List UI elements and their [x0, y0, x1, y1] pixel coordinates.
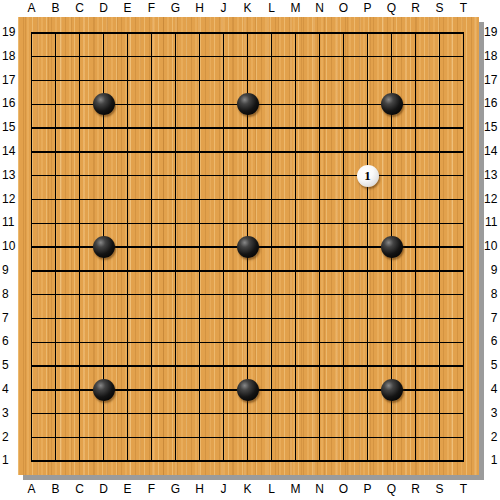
- intersection-G1[interactable]: [164, 449, 188, 473]
- intersection-E2[interactable]: [116, 426, 140, 450]
- intersection-A15[interactable]: [20, 116, 44, 140]
- intersection-P3[interactable]: [356, 402, 380, 426]
- intersection-M3[interactable]: [284, 402, 308, 426]
- intersection-E19[interactable]: [116, 21, 140, 45]
- intersection-M13[interactable]: [284, 164, 308, 188]
- intersection-O3[interactable]: [332, 402, 356, 426]
- intersection-N7[interactable]: [308, 307, 332, 331]
- intersection-K1[interactable]: [236, 449, 260, 473]
- intersection-J9[interactable]: [212, 259, 236, 283]
- intersection-G10[interactable]: [164, 235, 188, 259]
- intersection-P10[interactable]: [356, 235, 380, 259]
- intersection-R8[interactable]: [404, 283, 428, 307]
- intersection-B11[interactable]: [44, 211, 68, 235]
- intersection-M15[interactable]: [284, 116, 308, 140]
- intersection-K6[interactable]: [236, 330, 260, 354]
- intersection-P11[interactable]: [356, 211, 380, 235]
- intersection-J19[interactable]: [212, 21, 236, 45]
- intersection-R1[interactable]: [404, 449, 428, 473]
- intersection-A12[interactable]: [20, 188, 44, 212]
- intersection-A13[interactable]: [20, 164, 44, 188]
- intersection-E4[interactable]: [116, 378, 140, 402]
- intersection-Q16[interactable]: [380, 92, 404, 116]
- intersection-R6[interactable]: [404, 330, 428, 354]
- intersection-M7[interactable]: [284, 307, 308, 331]
- intersection-H8[interactable]: [188, 283, 212, 307]
- intersection-C17[interactable]: [68, 69, 92, 93]
- intersection-Q13[interactable]: [380, 164, 404, 188]
- intersection-P8[interactable]: [356, 283, 380, 307]
- intersection-L16[interactable]: [260, 92, 284, 116]
- intersection-N4[interactable]: [308, 378, 332, 402]
- intersection-C2[interactable]: [68, 426, 92, 450]
- intersection-S17[interactable]: [428, 69, 452, 93]
- intersection-S5[interactable]: [428, 354, 452, 378]
- intersection-G17[interactable]: [164, 69, 188, 93]
- intersection-L7[interactable]: [260, 307, 284, 331]
- intersection-Q10[interactable]: [380, 235, 404, 259]
- intersection-B9[interactable]: [44, 259, 68, 283]
- intersection-P7[interactable]: [356, 307, 380, 331]
- intersection-M9[interactable]: [284, 259, 308, 283]
- intersection-E3[interactable]: [116, 402, 140, 426]
- intersection-B1[interactable]: [44, 449, 68, 473]
- intersection-Q1[interactable]: [380, 449, 404, 473]
- intersection-K14[interactable]: [236, 140, 260, 164]
- intersection-J15[interactable]: [212, 116, 236, 140]
- intersection-F12[interactable]: [140, 188, 164, 212]
- intersection-N2[interactable]: [308, 426, 332, 450]
- intersection-F17[interactable]: [140, 69, 164, 93]
- intersection-N9[interactable]: [308, 259, 332, 283]
- intersection-Q4[interactable]: [380, 378, 404, 402]
- intersection-A18[interactable]: [20, 45, 44, 69]
- intersection-S12[interactable]: [428, 188, 452, 212]
- intersection-S16[interactable]: [428, 92, 452, 116]
- intersection-T4[interactable]: [452, 378, 476, 402]
- intersection-N18[interactable]: [308, 45, 332, 69]
- intersection-R10[interactable]: [404, 235, 428, 259]
- intersection-T14[interactable]: [452, 140, 476, 164]
- intersection-C6[interactable]: [68, 330, 92, 354]
- intersection-A9[interactable]: [20, 259, 44, 283]
- intersection-S10[interactable]: [428, 235, 452, 259]
- intersection-C13[interactable]: [68, 164, 92, 188]
- intersection-Q6[interactable]: [380, 330, 404, 354]
- intersection-L6[interactable]: [260, 330, 284, 354]
- intersection-D17[interactable]: [92, 69, 116, 93]
- intersection-B15[interactable]: [44, 116, 68, 140]
- intersection-K15[interactable]: [236, 116, 260, 140]
- intersection-B4[interactable]: [44, 378, 68, 402]
- intersection-M1[interactable]: [284, 449, 308, 473]
- intersection-D15[interactable]: [92, 116, 116, 140]
- intersection-E13[interactable]: [116, 164, 140, 188]
- intersection-B12[interactable]: [44, 188, 68, 212]
- intersection-L3[interactable]: [260, 402, 284, 426]
- intersection-J6[interactable]: [212, 330, 236, 354]
- intersection-F1[interactable]: [140, 449, 164, 473]
- intersection-B6[interactable]: [44, 330, 68, 354]
- intersection-P17[interactable]: [356, 69, 380, 93]
- intersection-R15[interactable]: [404, 116, 428, 140]
- intersection-T3[interactable]: [452, 402, 476, 426]
- intersection-J2[interactable]: [212, 426, 236, 450]
- intersection-J17[interactable]: [212, 69, 236, 93]
- intersection-E17[interactable]: [116, 69, 140, 93]
- intersection-K17[interactable]: [236, 69, 260, 93]
- intersection-T2[interactable]: [452, 426, 476, 450]
- intersection-G18[interactable]: [164, 45, 188, 69]
- intersection-H11[interactable]: [188, 211, 212, 235]
- intersection-C10[interactable]: [68, 235, 92, 259]
- intersection-A5[interactable]: [20, 354, 44, 378]
- intersection-Q3[interactable]: [380, 402, 404, 426]
- intersection-J7[interactable]: [212, 307, 236, 331]
- intersection-C16[interactable]: [68, 92, 92, 116]
- intersection-J13[interactable]: [212, 164, 236, 188]
- intersection-D9[interactable]: [92, 259, 116, 283]
- intersection-L14[interactable]: [260, 140, 284, 164]
- intersection-L19[interactable]: [260, 21, 284, 45]
- intersection-D18[interactable]: [92, 45, 116, 69]
- intersection-K9[interactable]: [236, 259, 260, 283]
- intersection-S7[interactable]: [428, 307, 452, 331]
- intersection-O1[interactable]: [332, 449, 356, 473]
- intersection-A14[interactable]: [20, 140, 44, 164]
- intersection-T9[interactable]: [452, 259, 476, 283]
- intersection-C15[interactable]: [68, 116, 92, 140]
- intersection-D12[interactable]: [92, 188, 116, 212]
- intersection-D8[interactable]: [92, 283, 116, 307]
- intersection-L13[interactable]: [260, 164, 284, 188]
- intersection-D2[interactable]: [92, 426, 116, 450]
- intersection-T17[interactable]: [452, 69, 476, 93]
- intersection-K3[interactable]: [236, 402, 260, 426]
- intersection-M2[interactable]: [284, 426, 308, 450]
- intersection-C19[interactable]: [68, 21, 92, 45]
- intersection-F13[interactable]: [140, 164, 164, 188]
- intersection-G4[interactable]: [164, 378, 188, 402]
- intersection-J5[interactable]: [212, 354, 236, 378]
- intersection-B19[interactable]: [44, 21, 68, 45]
- intersection-R3[interactable]: [404, 402, 428, 426]
- intersection-F18[interactable]: [140, 45, 164, 69]
- intersection-H17[interactable]: [188, 69, 212, 93]
- intersection-F15[interactable]: [140, 116, 164, 140]
- intersection-F16[interactable]: [140, 92, 164, 116]
- intersection-Q5[interactable]: [380, 354, 404, 378]
- intersection-Q15[interactable]: [380, 116, 404, 140]
- intersection-B8[interactable]: [44, 283, 68, 307]
- intersection-O5[interactable]: [332, 354, 356, 378]
- intersection-T1[interactable]: [452, 449, 476, 473]
- intersection-S2[interactable]: [428, 426, 452, 450]
- intersection-E8[interactable]: [116, 283, 140, 307]
- intersection-T12[interactable]: [452, 188, 476, 212]
- intersection-Q2[interactable]: [380, 426, 404, 450]
- intersection-H16[interactable]: [188, 92, 212, 116]
- intersection-R2[interactable]: [404, 426, 428, 450]
- intersection-T8[interactable]: [452, 283, 476, 307]
- intersection-M18[interactable]: [284, 45, 308, 69]
- intersection-N10[interactable]: [308, 235, 332, 259]
- intersection-L10[interactable]: [260, 235, 284, 259]
- intersection-K4[interactable]: [236, 378, 260, 402]
- intersection-B16[interactable]: [44, 92, 68, 116]
- intersection-K11[interactable]: [236, 211, 260, 235]
- intersection-H9[interactable]: [188, 259, 212, 283]
- intersection-M17[interactable]: [284, 69, 308, 93]
- intersection-M11[interactable]: [284, 211, 308, 235]
- intersection-H15[interactable]: [188, 116, 212, 140]
- intersection-S18[interactable]: [428, 45, 452, 69]
- intersection-E18[interactable]: [116, 45, 140, 69]
- intersection-S4[interactable]: [428, 378, 452, 402]
- intersection-H10[interactable]: [188, 235, 212, 259]
- intersection-H5[interactable]: [188, 354, 212, 378]
- intersection-F7[interactable]: [140, 307, 164, 331]
- intersection-B3[interactable]: [44, 402, 68, 426]
- intersection-R7[interactable]: [404, 307, 428, 331]
- intersection-F9[interactable]: [140, 259, 164, 283]
- intersection-A11[interactable]: [20, 211, 44, 235]
- intersection-F11[interactable]: [140, 211, 164, 235]
- intersection-O8[interactable]: [332, 283, 356, 307]
- intersection-M19[interactable]: [284, 21, 308, 45]
- intersection-P15[interactable]: [356, 116, 380, 140]
- intersection-C18[interactable]: [68, 45, 92, 69]
- intersection-F14[interactable]: [140, 140, 164, 164]
- intersection-K7[interactable]: [236, 307, 260, 331]
- intersection-R18[interactable]: [404, 45, 428, 69]
- intersection-J8[interactable]: [212, 283, 236, 307]
- intersection-D11[interactable]: [92, 211, 116, 235]
- intersection-H1[interactable]: [188, 449, 212, 473]
- intersection-Q19[interactable]: [380, 21, 404, 45]
- intersection-O6[interactable]: [332, 330, 356, 354]
- intersection-R9[interactable]: [404, 259, 428, 283]
- intersection-B10[interactable]: [44, 235, 68, 259]
- intersection-D10[interactable]: [92, 235, 116, 259]
- intersection-G9[interactable]: [164, 259, 188, 283]
- intersection-O10[interactable]: [332, 235, 356, 259]
- intersection-O2[interactable]: [332, 426, 356, 450]
- intersection-E1[interactable]: [116, 449, 140, 473]
- intersection-K18[interactable]: [236, 45, 260, 69]
- intersection-G8[interactable]: [164, 283, 188, 307]
- intersection-S9[interactable]: [428, 259, 452, 283]
- intersection-R16[interactable]: [404, 92, 428, 116]
- intersection-A2[interactable]: [20, 426, 44, 450]
- intersection-G2[interactable]: [164, 426, 188, 450]
- intersection-D19[interactable]: [92, 21, 116, 45]
- intersection-M5[interactable]: [284, 354, 308, 378]
- intersection-C12[interactable]: [68, 188, 92, 212]
- intersection-R4[interactable]: [404, 378, 428, 402]
- intersection-L15[interactable]: [260, 116, 284, 140]
- intersection-O7[interactable]: [332, 307, 356, 331]
- intersection-P18[interactable]: [356, 45, 380, 69]
- intersection-A10[interactable]: [20, 235, 44, 259]
- intersection-O13[interactable]: [332, 164, 356, 188]
- intersection-F19[interactable]: [140, 21, 164, 45]
- intersection-Q17[interactable]: [380, 69, 404, 93]
- intersection-B2[interactable]: [44, 426, 68, 450]
- intersection-M6[interactable]: [284, 330, 308, 354]
- intersection-A6[interactable]: [20, 330, 44, 354]
- intersection-H6[interactable]: [188, 330, 212, 354]
- intersection-H7[interactable]: [188, 307, 212, 331]
- intersection-P5[interactable]: [356, 354, 380, 378]
- intersection-S14[interactable]: [428, 140, 452, 164]
- intersection-K8[interactable]: [236, 283, 260, 307]
- intersection-S11[interactable]: [428, 211, 452, 235]
- intersection-L9[interactable]: [260, 259, 284, 283]
- intersection-T10[interactable]: [452, 235, 476, 259]
- intersection-D13[interactable]: [92, 164, 116, 188]
- intersection-F10[interactable]: [140, 235, 164, 259]
- intersection-L1[interactable]: [260, 449, 284, 473]
- intersection-K19[interactable]: [236, 21, 260, 45]
- intersection-G11[interactable]: [164, 211, 188, 235]
- intersection-A1[interactable]: [20, 449, 44, 473]
- intersection-S15[interactable]: [428, 116, 452, 140]
- intersection-E6[interactable]: [116, 330, 140, 354]
- intersection-R13[interactable]: [404, 164, 428, 188]
- intersection-N13[interactable]: [308, 164, 332, 188]
- intersection-O9[interactable]: [332, 259, 356, 283]
- intersection-R11[interactable]: [404, 211, 428, 235]
- intersection-D1[interactable]: [92, 449, 116, 473]
- intersection-G13[interactable]: [164, 164, 188, 188]
- intersection-L8[interactable]: [260, 283, 284, 307]
- intersection-N15[interactable]: [308, 116, 332, 140]
- intersection-J4[interactable]: [212, 378, 236, 402]
- intersection-Q14[interactable]: [380, 140, 404, 164]
- intersection-P1[interactable]: [356, 449, 380, 473]
- intersection-D16[interactable]: [92, 92, 116, 116]
- intersection-O14[interactable]: [332, 140, 356, 164]
- intersection-C5[interactable]: [68, 354, 92, 378]
- intersection-N14[interactable]: [308, 140, 332, 164]
- intersection-T15[interactable]: [452, 116, 476, 140]
- intersection-D6[interactable]: [92, 330, 116, 354]
- intersection-E7[interactable]: [116, 307, 140, 331]
- intersection-A3[interactable]: [20, 402, 44, 426]
- intersection-G6[interactable]: [164, 330, 188, 354]
- intersection-E12[interactable]: [116, 188, 140, 212]
- intersection-A4[interactable]: [20, 378, 44, 402]
- intersection-G3[interactable]: [164, 402, 188, 426]
- intersection-L5[interactable]: [260, 354, 284, 378]
- intersection-D7[interactable]: [92, 307, 116, 331]
- intersection-D3[interactable]: [92, 402, 116, 426]
- intersection-F4[interactable]: [140, 378, 164, 402]
- intersection-C1[interactable]: [68, 449, 92, 473]
- intersection-D5[interactable]: [92, 354, 116, 378]
- intersection-N1[interactable]: [308, 449, 332, 473]
- intersection-C9[interactable]: [68, 259, 92, 283]
- intersection-T18[interactable]: [452, 45, 476, 69]
- intersection-S3[interactable]: [428, 402, 452, 426]
- intersection-B14[interactable]: [44, 140, 68, 164]
- intersection-H2[interactable]: [188, 426, 212, 450]
- intersection-L12[interactable]: [260, 188, 284, 212]
- intersection-P19[interactable]: [356, 21, 380, 45]
- intersection-P13[interactable]: 1: [356, 164, 380, 188]
- intersection-H4[interactable]: [188, 378, 212, 402]
- intersection-G16[interactable]: [164, 92, 188, 116]
- intersection-K10[interactable]: [236, 235, 260, 259]
- intersection-P4[interactable]: [356, 378, 380, 402]
- intersection-C14[interactable]: [68, 140, 92, 164]
- intersection-C8[interactable]: [68, 283, 92, 307]
- intersection-H19[interactable]: [188, 21, 212, 45]
- intersection-G14[interactable]: [164, 140, 188, 164]
- intersection-G5[interactable]: [164, 354, 188, 378]
- intersection-O16[interactable]: [332, 92, 356, 116]
- intersection-A16[interactable]: [20, 92, 44, 116]
- intersection-M14[interactable]: [284, 140, 308, 164]
- intersection-S13[interactable]: [428, 164, 452, 188]
- intersection-M16[interactable]: [284, 92, 308, 116]
- intersection-B17[interactable]: [44, 69, 68, 93]
- intersection-P6[interactable]: [356, 330, 380, 354]
- intersection-B18[interactable]: [44, 45, 68, 69]
- intersection-S6[interactable]: [428, 330, 452, 354]
- intersection-T11[interactable]: [452, 211, 476, 235]
- intersection-Q18[interactable]: [380, 45, 404, 69]
- intersection-Q7[interactable]: [380, 307, 404, 331]
- intersection-B13[interactable]: [44, 164, 68, 188]
- intersection-K12[interactable]: [236, 188, 260, 212]
- intersection-E16[interactable]: [116, 92, 140, 116]
- intersection-A7[interactable]: [20, 307, 44, 331]
- intersection-M4[interactable]: [284, 378, 308, 402]
- intersection-B5[interactable]: [44, 354, 68, 378]
- intersection-N3[interactable]: [308, 402, 332, 426]
- intersection-N8[interactable]: [308, 283, 332, 307]
- intersection-R5[interactable]: [404, 354, 428, 378]
- intersection-G15[interactable]: [164, 116, 188, 140]
- intersection-O18[interactable]: [332, 45, 356, 69]
- intersection-P2[interactable]: [356, 426, 380, 450]
- intersection-E14[interactable]: [116, 140, 140, 164]
- intersection-P16[interactable]: [356, 92, 380, 116]
- intersection-H12[interactable]: [188, 188, 212, 212]
- intersection-M10[interactable]: [284, 235, 308, 259]
- intersection-T6[interactable]: [452, 330, 476, 354]
- intersection-H3[interactable]: [188, 402, 212, 426]
- intersection-F8[interactable]: [140, 283, 164, 307]
- intersection-L17[interactable]: [260, 69, 284, 93]
- intersection-T19[interactable]: [452, 21, 476, 45]
- intersection-N19[interactable]: [308, 21, 332, 45]
- intersection-A8[interactable]: [20, 283, 44, 307]
- intersection-N12[interactable]: [308, 188, 332, 212]
- intersection-F6[interactable]: [140, 330, 164, 354]
- intersection-H18[interactable]: [188, 45, 212, 69]
- intersection-N11[interactable]: [308, 211, 332, 235]
- intersection-C11[interactable]: [68, 211, 92, 235]
- intersection-T16[interactable]: [452, 92, 476, 116]
- intersection-G7[interactable]: [164, 307, 188, 331]
- intersection-D4[interactable]: [92, 378, 116, 402]
- intersection-K16[interactable]: [236, 92, 260, 116]
- intersection-H14[interactable]: [188, 140, 212, 164]
- intersection-H13[interactable]: [188, 164, 212, 188]
